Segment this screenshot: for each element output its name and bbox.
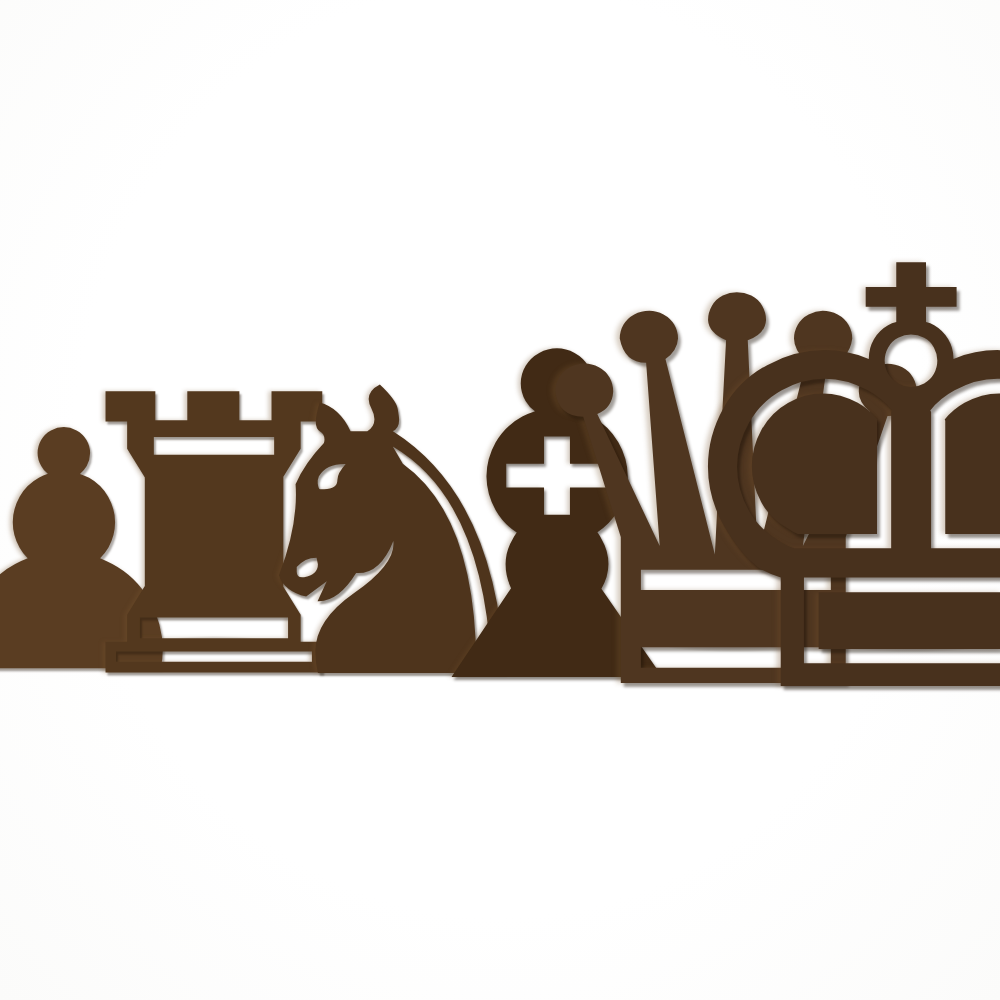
king-piece: ♚ xyxy=(651,196,1000,776)
king-glyph: ♚ xyxy=(651,196,1000,776)
product-photo-chess-pieces: ♟ ♜ ♞ ♝ ♛ ♚ xyxy=(0,0,1000,1000)
